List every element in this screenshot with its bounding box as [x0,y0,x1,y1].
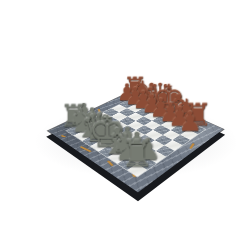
piece-copper-pawn-h7[interactable]: ♟ [172,86,209,135]
piece-silver-rook-h1[interactable]: ♜ [116,114,158,171]
scene: ♜♞♝♛♚♝♞♜♟♟♟♟♟♟♟♟♟♟♟♟♟♟♟♟♜♞♝♛♚♝♞♜ [0,0,240,240]
product-photo: ♜♞♝♛♚♝♞♜♟♟♟♟♟♟♟♟♟♟♟♟♟♟♟♟♜♞♝♛♚♝♞♜ [0,0,240,240]
pawn-icon: ♟ [178,109,202,134]
gold-vein [190,143,195,149]
rook-icon: ♜ [121,136,154,171]
chessboard[interactable]: ♜♞♝♛♚♝♞♜♟♟♟♟♟♟♟♟♟♟♟♟♟♟♟♟♜♞♝♛♚♝♞♜ [48,90,223,193]
